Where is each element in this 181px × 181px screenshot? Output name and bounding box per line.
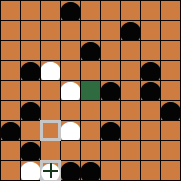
cell-r9c7[interactable] [121, 161, 140, 180]
white-stone: ● [21, 161, 40, 180]
black-stone: ● [21, 61, 40, 80]
cell-r6c7[interactable] [121, 101, 140, 120]
cell-r4c5[interactable] [81, 61, 100, 80]
cell-r5c1[interactable] [1, 81, 20, 100]
cell-r5c6[interactable]: ● [101, 81, 120, 100]
cell-r7c5[interactable] [81, 121, 100, 140]
black-stone: ● [1, 121, 20, 140]
cell-r7c4[interactable]: ● [61, 121, 80, 140]
cell-r6c6[interactable] [101, 101, 120, 120]
black-stone: ● [101, 121, 120, 140]
cell-r8c7[interactable] [121, 141, 140, 160]
cell-r1c2[interactable] [21, 1, 40, 20]
cell-r9c8[interactable] [141, 161, 160, 180]
white-stone: ● [41, 61, 60, 80]
cell-r8c9[interactable] [161, 141, 180, 160]
black-stone: ● [21, 141, 40, 160]
cell-r3c7[interactable] [121, 41, 140, 60]
black-stone: ● [81, 161, 100, 180]
cell-r4c7[interactable] [121, 61, 140, 80]
cell-r6c9[interactable]: ● [161, 101, 180, 120]
cell-r1c7[interactable] [121, 1, 140, 20]
blocked-cell-r5c5[interactable] [81, 81, 100, 100]
cell-r5c4[interactable]: ● [61, 81, 80, 100]
cell-r7c7[interactable] [121, 121, 140, 140]
cell-r3c6[interactable] [101, 41, 120, 60]
cell-r8c6[interactable] [101, 141, 120, 160]
cell-r1c4[interactable]: ● [61, 1, 80, 20]
black-stone: ● [141, 61, 160, 80]
cell-r7c8[interactable] [141, 121, 160, 140]
cell-r3c9[interactable] [161, 41, 180, 60]
cell-r9c5[interactable]: ● [81, 161, 100, 180]
cell-r3c4[interactable] [61, 41, 80, 60]
cell-r4c1[interactable] [1, 61, 20, 80]
black-stone: ● [61, 161, 80, 180]
cell-r2c9[interactable] [161, 21, 180, 40]
cell-r5c8[interactable]: ● [141, 81, 160, 100]
cell-r1c9[interactable] [161, 1, 180, 20]
cell-r2c4[interactable] [61, 21, 80, 40]
cell-r4c8[interactable]: ● [141, 61, 160, 80]
cell-r6c2[interactable]: ● [21, 101, 40, 120]
cell-r9c4[interactable]: ● [61, 161, 80, 180]
cell-r1c8[interactable] [141, 1, 160, 20]
cell-r6c5[interactable] [81, 101, 100, 120]
white-stone: ● [61, 81, 80, 100]
cell-r4c9[interactable] [161, 61, 180, 80]
cell-r3c2[interactable] [21, 41, 40, 60]
cell-r2c5[interactable] [81, 21, 100, 40]
cell-r5c7[interactable] [121, 81, 140, 100]
white-stone: ● [61, 121, 80, 140]
black-stone: ● [21, 101, 40, 120]
cell-r3c1[interactable] [1, 41, 20, 60]
cell-r1c3[interactable] [41, 1, 60, 20]
cell-r4c2[interactable]: ● [21, 61, 40, 80]
black-stone: ● [101, 81, 120, 100]
cell-r8c4[interactable] [61, 141, 80, 160]
cell-r2c2[interactable] [21, 21, 40, 40]
cell-r7c2[interactable] [21, 121, 40, 140]
cell-r1c6[interactable] [101, 1, 120, 20]
cell-r7c1[interactable]: ● [1, 121, 20, 140]
cell-r9c1[interactable] [1, 161, 20, 180]
cell-r8c5[interactable] [81, 141, 100, 160]
cell-r2c7[interactable]: ● [121, 21, 140, 40]
black-stone: ● [141, 81, 160, 100]
game-board: ●●●●●●●●●●●●●●●●●●● [0, 0, 181, 181]
cell-r2c1[interactable] [1, 21, 20, 40]
cell-r8c1[interactable] [1, 141, 20, 160]
cell-r6c4[interactable] [61, 101, 80, 120]
cell-r6c8[interactable] [141, 101, 160, 120]
cell-r5c3[interactable] [41, 81, 60, 100]
cell-r7c6[interactable]: ● [101, 121, 120, 140]
cell-r8c8[interactable] [141, 141, 160, 160]
cell-r3c5[interactable]: ● [81, 41, 100, 60]
cell-r5c2[interactable] [21, 81, 40, 100]
cell-r1c5[interactable] [81, 1, 100, 20]
cell-r6c1[interactable] [1, 101, 20, 120]
cell-r9c9[interactable] [161, 161, 180, 180]
black-stone: ● [121, 21, 140, 40]
cell-r2c8[interactable] [141, 21, 160, 40]
cell-r2c3[interactable] [41, 21, 60, 40]
cross-marker-vertical [50, 163, 52, 178]
cell-r9c6[interactable] [101, 161, 120, 180]
cell-r8c2[interactable]: ● [21, 141, 40, 160]
cell-r4c6[interactable] [101, 61, 120, 80]
cell-r8c3[interactable] [41, 141, 60, 160]
black-stone: ● [161, 101, 180, 120]
marked-cell-r9c3[interactable]: ● [41, 161, 60, 180]
cell-r4c3[interactable]: ● [41, 61, 60, 80]
selected-cell-r7c3[interactable] [41, 121, 60, 140]
cell-r2c6[interactable] [101, 21, 120, 40]
cell-r6c3[interactable] [41, 101, 60, 120]
black-stone: ● [61, 1, 80, 20]
black-stone: ● [81, 41, 100, 60]
cell-r4c4[interactable] [61, 61, 80, 80]
cell-r1c1[interactable] [1, 1, 20, 20]
cell-r9c2[interactable]: ● [21, 161, 40, 180]
cell-r3c8[interactable] [141, 41, 160, 60]
cell-r3c3[interactable] [41, 41, 60, 60]
cell-r7c9[interactable] [161, 121, 180, 140]
cell-r5c9[interactable] [161, 81, 180, 100]
